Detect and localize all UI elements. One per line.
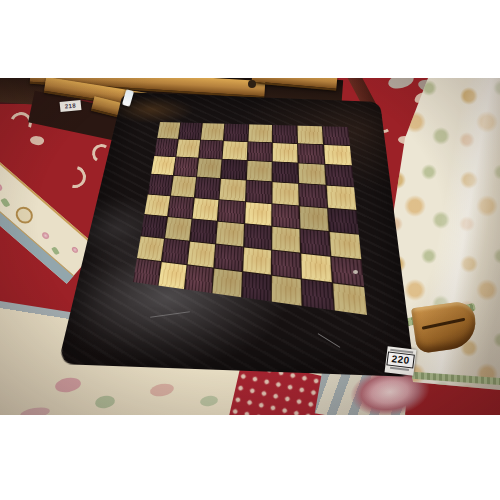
board-square [300,206,329,231]
board-square [246,181,272,203]
board-square [195,178,220,199]
board-square [221,160,246,180]
board-square [154,139,178,157]
board-square [176,140,200,158]
carpet-motif [387,78,416,91]
board-square [272,250,301,278]
carpet-motif [60,162,90,192]
board-square [324,145,352,165]
board-square [165,217,192,241]
board-square [242,272,271,301]
board-square [272,204,299,228]
board-square [141,215,167,238]
board-square [133,259,161,286]
carpet-motif [29,134,45,146]
board-square [148,175,173,195]
board-square [193,198,219,221]
carpet-motif [1,197,11,208]
carpet-motif [51,246,59,255]
board-square [145,194,171,216]
board-square [244,224,271,249]
photo: 218 220 [0,78,500,415]
board-square [199,140,223,159]
carpet-motif [40,230,51,241]
board-square [333,283,367,315]
auction-photo-page: 218 220 [0,0,500,500]
board-square [137,236,164,261]
sticker-residue [353,270,358,274]
board-square [327,186,357,209]
board-square [159,262,187,289]
board-square [247,142,271,161]
lot-sticker-220: 220 [385,346,417,375]
board-square [224,124,247,142]
board-square [171,176,196,197]
band-blue-edge [0,185,74,284]
carpet-motif [12,203,36,227]
board-square [201,123,224,140]
board-square [174,157,198,176]
board-square [272,226,300,252]
board-square [215,244,243,271]
board-square [220,179,245,201]
board-square [298,144,324,164]
board-square [168,196,194,218]
board-square [162,239,189,264]
board-square [323,126,350,145]
board-square [300,229,330,256]
carpet-motif [0,181,5,194]
board-square [272,125,296,143]
board-square [272,143,297,163]
board-square [299,184,327,207]
board-square [298,164,325,185]
chair-arm-crevice [422,318,466,330]
board-square [190,219,217,243]
board-square [185,265,213,293]
board-square [179,123,202,140]
board-square [197,159,222,179]
board-square [302,279,334,310]
board-square [272,162,298,183]
board-square [325,165,354,187]
board-square [301,253,332,282]
board-square [248,124,272,142]
board-square [271,276,301,306]
board-square [243,247,271,274]
board-square [218,200,244,223]
board-square [213,269,242,298]
board-square [330,232,362,259]
board-square [246,161,271,182]
board-square [217,221,244,246]
board-square [188,241,216,267]
carpet-motif [70,245,80,255]
board-square [272,182,298,204]
board-square [331,257,364,286]
board-square [297,126,323,145]
chessboard [133,122,367,315]
board-square [157,122,180,139]
board-square [223,141,247,160]
board-square [245,202,271,226]
board-square [328,208,359,233]
furniture-knob [248,80,256,88]
board-square [151,156,175,175]
